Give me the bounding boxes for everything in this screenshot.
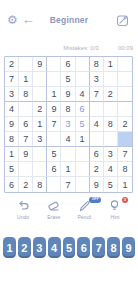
timer: 00:09	[118, 45, 133, 51]
numkey-2[interactable]: 2	[18, 237, 31, 258]
cell-r8c7[interactable]: 2	[90, 162, 104, 177]
cell-r4c2[interactable]	[19, 102, 33, 117]
cell-r6c7[interactable]	[90, 132, 104, 147]
cell-r8c9[interactable]: 8	[118, 162, 132, 177]
cell-r2c1[interactable]: 7	[5, 72, 19, 87]
cell-r6c1[interactable]: 8	[5, 132, 19, 147]
cell-r9c9[interactable]: 1	[118, 177, 132, 192]
cell-r9c5[interactable]: 7	[61, 177, 75, 192]
cell-r3c8[interactable]: 2	[104, 87, 118, 102]
cell-r9c6[interactable]	[76, 177, 90, 192]
cell-r7c9[interactable]: 7	[118, 147, 132, 162]
cell-r6c3[interactable]: 3	[33, 132, 47, 147]
cell-r6c2[interactable]: 7	[19, 132, 33, 147]
cell-r6c5[interactable]: 4	[61, 132, 75, 147]
cell-r9c7[interactable]: 9	[90, 177, 104, 192]
undo-button[interactable]: Undo	[10, 199, 36, 225]
cell-r8c8[interactable]: 4	[104, 162, 118, 177]
cell-r3c9[interactable]	[118, 87, 132, 102]
cell-r3c3[interactable]	[33, 87, 47, 102]
cell-r4c6[interactable]: 6	[76, 102, 90, 117]
cell-r3c4[interactable]: 1	[47, 87, 61, 102]
cell-r9c1[interactable]: 6	[5, 177, 19, 192]
cell-r2c7[interactable]: 3	[90, 72, 104, 87]
cell-r3c1[interactable]: 3	[5, 87, 19, 102]
cell-r3c2[interactable]: 8	[19, 87, 33, 102]
numkey-6[interactable]: 6	[77, 237, 90, 258]
erase-button[interactable]: Erase	[41, 199, 67, 225]
cell-r1c1[interactable]: 2	[5, 57, 19, 72]
cell-r4c4[interactable]: 9	[47, 102, 61, 117]
cell-r5c5[interactable]: 3	[61, 117, 75, 132]
hint-label: Hint	[111, 214, 120, 220]
cell-r8c1[interactable]: 5	[5, 162, 19, 177]
numkey-1[interactable]: 1	[3, 237, 16, 258]
cell-r7c6[interactable]	[76, 147, 90, 162]
cell-r6c9[interactable]	[118, 132, 132, 147]
cell-r1c5[interactable]: 6	[61, 57, 75, 72]
cell-r3c6[interactable]: 4	[76, 87, 90, 102]
cell-r7c3[interactable]	[33, 147, 47, 162]
cell-r8c5[interactable]: 1	[61, 162, 75, 177]
cell-r4c9[interactable]	[118, 102, 132, 117]
cell-r5c7[interactable]: 4	[90, 117, 104, 132]
hint-bulb-icon	[108, 199, 121, 212]
cell-r7c2[interactable]: 9	[19, 147, 33, 162]
numkey-4[interactable]: 4	[48, 237, 61, 258]
cell-r9c3[interactable]: 8	[33, 177, 47, 192]
top-bar: ⚙ ← Beginner	[0, 12, 138, 30]
theme-palette-icon[interactable]	[116, 13, 129, 26]
cell-r5c2[interactable]: 6	[19, 117, 33, 132]
cell-r6c4[interactable]	[47, 132, 61, 147]
cell-r7c7[interactable]: 6	[90, 147, 104, 162]
cell-r8c2[interactable]	[19, 162, 33, 177]
pencil-button[interactable]: OFF Pencil	[71, 199, 97, 225]
toolbar: Undo Erase OFF Pencil 3 Hint	[0, 199, 138, 225]
cell-r2c2[interactable]: 1	[19, 72, 33, 87]
cell-r4c3[interactable]: 2	[33, 102, 47, 117]
numkey-3[interactable]: 3	[33, 237, 46, 258]
cell-r9c4[interactable]	[47, 177, 61, 192]
undo-icon	[17, 199, 30, 212]
cell-r2c8[interactable]	[104, 72, 118, 87]
cell-r7c1[interactable]: 1	[5, 147, 19, 162]
cell-r9c2[interactable]: 2	[19, 177, 33, 192]
status-row: Mistakes: 0/3 00:09	[0, 45, 138, 55]
cell-r1c4[interactable]	[47, 57, 61, 72]
cell-r2c5[interactable]: 5	[61, 72, 75, 87]
number-pad: 123456789	[3, 237, 135, 258]
cell-r1c8[interactable]: 1	[104, 57, 118, 72]
numkey-8[interactable]: 8	[107, 237, 120, 258]
cell-r4c7[interactable]	[90, 102, 104, 117]
cell-r7c4[interactable]: 5	[47, 147, 61, 162]
cell-r8c6[interactable]	[76, 162, 90, 177]
hint-button[interactable]: 3 Hint	[102, 199, 128, 225]
cell-r8c3[interactable]	[33, 162, 47, 177]
eraser-icon	[47, 199, 60, 212]
pencil-mode-badge: OFF	[89, 197, 101, 203]
cell-r2c3[interactable]	[33, 72, 47, 87]
cell-r2c6[interactable]	[76, 72, 90, 87]
cell-r8c4[interactable]: 6	[47, 162, 61, 177]
erase-label: Erase	[47, 214, 60, 220]
undo-label: Undo	[17, 214, 29, 220]
cell-r9c8[interactable]: 5	[104, 177, 118, 192]
cell-r5c9[interactable]: 2	[118, 117, 132, 132]
cell-r4c5[interactable]: 8	[61, 102, 75, 117]
sudoku-board: 2968171533819472429869617354828734119563…	[4, 56, 133, 193]
cell-r7c8[interactable]: 3	[104, 147, 118, 162]
cell-r5c3[interactable]: 1	[33, 117, 47, 132]
cell-r3c5[interactable]: 9	[61, 87, 75, 102]
cell-r6c8[interactable]	[104, 132, 118, 147]
cell-r1c7[interactable]: 8	[90, 57, 104, 72]
cell-r4c8[interactable]	[104, 102, 118, 117]
numkey-7[interactable]: 7	[92, 237, 105, 258]
numkey-9[interactable]: 9	[122, 237, 135, 258]
cell-r3c7[interactable]: 7	[90, 87, 104, 102]
cell-r2c9[interactable]	[118, 72, 132, 87]
cell-r5c6[interactable]: 5	[76, 117, 90, 132]
cell-r1c3[interactable]: 9	[33, 57, 47, 72]
hint-count-badge: 3	[122, 197, 128, 203]
cell-r4c1[interactable]: 4	[5, 102, 19, 117]
cell-r1c2[interactable]	[19, 57, 33, 72]
cell-r5c8[interactable]: 8	[104, 117, 118, 132]
cell-r7c5[interactable]	[61, 147, 75, 162]
cell-r5c1[interactable]: 9	[5, 117, 19, 132]
numkey-5[interactable]: 5	[63, 237, 76, 258]
cell-r1c6[interactable]	[76, 57, 90, 72]
cell-r1c9[interactable]	[118, 57, 132, 72]
pencil-label: Pencil	[78, 214, 92, 220]
cell-r5c4[interactable]: 7	[47, 117, 61, 132]
cell-r6c6[interactable]: 1	[76, 132, 90, 147]
cell-r2c4[interactable]	[47, 72, 61, 87]
